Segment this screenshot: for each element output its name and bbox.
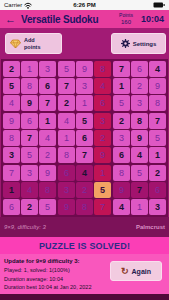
cell-r7c5[interactable]: 4	[76, 165, 93, 181]
cell-r9c8[interactable]: 1	[131, 199, 148, 215]
box-2: 598734216	[58, 61, 111, 111]
cell-r4c9[interactable]: 7	[149, 113, 166, 129]
cell-r7c1[interactable]: 7	[3, 165, 20, 181]
stats-played-line: Played: 1, solved: 1(100%)	[4, 266, 91, 275]
cell-r8c1[interactable]: 1	[3, 182, 20, 198]
add-points-button[interactable]: Add points	[5, 33, 62, 54]
cell-r2c5[interactable]: 3	[76, 78, 93, 94]
cell-r1c7[interactable]: 7	[113, 61, 130, 77]
cell-r4c2[interactable]: 6	[21, 113, 38, 129]
cell-r7c2[interactable]: 3	[21, 165, 38, 181]
box-1: 213586497	[3, 61, 56, 111]
cell-r5c3[interactable]: 4	[39, 130, 56, 146]
cell-r8c7[interactable]: 9	[113, 182, 130, 198]
cell-r6c9[interactable]: 1	[149, 147, 166, 163]
cell-r9c2[interactable]: 2	[21, 199, 38, 215]
status-bar: Carrier 6:26 PM	[0, 0, 169, 10]
cell-r2c8[interactable]: 2	[131, 78, 148, 94]
cell-r8c2[interactable]: 4	[21, 182, 38, 198]
cell-r2c7[interactable]: 1	[113, 78, 130, 94]
again-button-label: Again	[132, 268, 151, 275]
cell-r5c4[interactable]: 1	[58, 130, 75, 146]
cell-r3c1[interactable]: 4	[3, 95, 20, 111]
cell-r5c5[interactable]: 6	[76, 130, 93, 146]
cell-r1c6[interactable]: 8	[94, 61, 111, 77]
cell-r9c3[interactable]: 5	[39, 199, 56, 215]
cell-r2c4[interactable]: 7	[58, 78, 75, 94]
cell-r5c1[interactable]: 8	[3, 130, 20, 146]
box-9: 852976413	[113, 165, 166, 215]
cell-r1c1[interactable]: 2	[3, 61, 20, 77]
gem-icon	[10, 39, 21, 49]
brand-label: Palmcrust	[136, 224, 165, 230]
cell-r2c9[interactable]: 9	[149, 78, 166, 94]
cell-r3c2[interactable]: 9	[21, 95, 38, 111]
cell-r5c6[interactable]: 2	[94, 130, 111, 146]
cell-r3c3[interactable]: 7	[39, 95, 56, 111]
box-5: 453162879	[58, 113, 111, 163]
cell-r4c7[interactable]: 2	[113, 113, 130, 129]
cell-r8c9[interactable]: 6	[149, 182, 166, 198]
cell-r1c3[interactable]: 3	[39, 61, 56, 77]
cell-r9c6[interactable]: 7	[94, 199, 111, 215]
box-4: 961874352	[3, 113, 56, 163]
cell-r6c7[interactable]: 6	[113, 147, 130, 163]
cell-r5c9[interactable]: 5	[149, 130, 166, 146]
cell-r7c6[interactable]: 1	[94, 165, 111, 181]
cell-r2c1[interactable]: 5	[3, 78, 20, 94]
points-label: Points	[119, 13, 133, 18]
cell-r9c4[interactable]: 9	[58, 199, 75, 215]
clock: 6:26 PM	[0, 2, 169, 8]
cell-r4c8[interactable]: 8	[131, 113, 148, 129]
cell-r6c2[interactable]: 5	[21, 147, 38, 163]
solved-banner: PUZZLE IS SOLVED!	[0, 237, 169, 254]
cell-r5c7[interactable]: 3	[113, 130, 130, 146]
cell-r5c2[interactable]: 7	[21, 130, 38, 146]
cell-r3c5[interactable]: 1	[76, 95, 93, 111]
cell-r8c5[interactable]: 2	[76, 182, 93, 198]
cell-r4c5[interactable]: 5	[76, 113, 93, 129]
box-7: 739148625	[3, 165, 56, 215]
cell-r9c9[interactable]: 3	[149, 199, 166, 215]
cell-r2c3[interactable]: 6	[39, 78, 56, 94]
cell-r6c6[interactable]: 9	[94, 147, 111, 163]
cell-r8c6[interactable]: 5	[94, 182, 111, 198]
add-points-label-line2: points	[24, 44, 41, 51]
cell-r3c9[interactable]: 8	[149, 95, 166, 111]
cell-r1c5[interactable]: 9	[76, 61, 93, 77]
cell-r1c9[interactable]: 4	[149, 61, 166, 77]
cell-r7c9[interactable]: 2	[149, 165, 166, 181]
box-3: 764129538	[113, 61, 166, 111]
restart-icon: ↻	[121, 266, 129, 276]
board-size-difficulty: 9×9, difficulty: 3	[4, 224, 46, 230]
add-points-label-line1: Add	[24, 37, 41, 44]
cell-r4c3[interactable]: 1	[39, 113, 56, 129]
cell-r7c3[interactable]: 9	[39, 165, 56, 181]
cell-r2c6[interactable]: 4	[94, 78, 111, 94]
stats-best-line: Duration best 10:04 at Jan 20, 2022	[4, 283, 91, 292]
cell-r3c8[interactable]: 3	[131, 95, 148, 111]
cell-r7c4[interactable]: 6	[58, 165, 75, 181]
cell-r8c3[interactable]: 8	[39, 182, 56, 198]
points-value: 160	[119, 19, 133, 25]
cell-r1c2[interactable]: 1	[21, 61, 38, 77]
cell-r6c4[interactable]: 8	[58, 147, 75, 163]
cell-r3c7[interactable]: 5	[113, 95, 130, 111]
cell-r3c6[interactable]: 6	[94, 95, 111, 111]
cell-r5c8[interactable]: 9	[131, 130, 148, 146]
app-header: ← Versatile Sudoku Points 160 10:04	[0, 10, 169, 28]
settings-button[interactable]: Settings	[111, 33, 166, 54]
cell-r9c5[interactable]: 8	[76, 199, 93, 215]
stats-average-line: Duration average: 10:04	[4, 275, 91, 284]
box-6: 287395641	[113, 113, 166, 163]
cell-r6c5[interactable]: 7	[76, 147, 93, 163]
again-button[interactable]: ↻ Again	[110, 261, 162, 281]
cell-r3c4[interactable]: 2	[58, 95, 75, 111]
settings-label: Settings	[133, 41, 157, 47]
cell-r8c8[interactable]: 7	[131, 182, 148, 198]
cell-r6c8[interactable]: 4	[131, 147, 148, 163]
box-8: 641325987	[58, 165, 111, 215]
board-info-strip: 9×9, difficulty: 3 Palmcrust	[0, 217, 169, 237]
stats-panel: Update for 9×9 difficulty 3: Played: 1, …	[0, 254, 169, 294]
cell-r9c7[interactable]: 4	[113, 199, 130, 215]
cell-r8c4[interactable]: 3	[58, 182, 75, 198]
cell-r1c8[interactable]: 6	[131, 61, 148, 77]
cell-r6c1[interactable]: 3	[3, 147, 20, 163]
sudoku-grid: 2135864975987342167641295389618743524531…	[1, 59, 168, 217]
cell-r4c1[interactable]: 9	[3, 113, 20, 129]
cell-r4c6[interactable]: 3	[94, 113, 111, 129]
cell-r1c4[interactable]: 5	[58, 61, 75, 77]
cell-r4c4[interactable]: 4	[58, 113, 75, 129]
bottom-strip	[0, 294, 169, 300]
gear-icon	[121, 39, 130, 48]
cell-r7c7[interactable]: 8	[113, 165, 130, 181]
game-timer: 10:04	[141, 14, 164, 24]
page-title: Versatile Sudoku	[21, 14, 98, 25]
cell-r7c8[interactable]: 5	[131, 165, 148, 181]
stats-title: Update for 9×9 difficulty 3:	[4, 257, 91, 266]
back-arrow-icon[interactable]: ←	[5, 13, 16, 25]
cell-r2c2[interactable]: 8	[21, 78, 38, 94]
points-display: Points 160	[119, 13, 133, 25]
cell-r9c1[interactable]: 6	[3, 199, 20, 215]
solved-banner-text: PUZZLE IS SOLVED!	[39, 241, 130, 251]
cell-r6c3[interactable]: 2	[39, 147, 56, 163]
toolbar: Add points Settings	[0, 28, 169, 60]
